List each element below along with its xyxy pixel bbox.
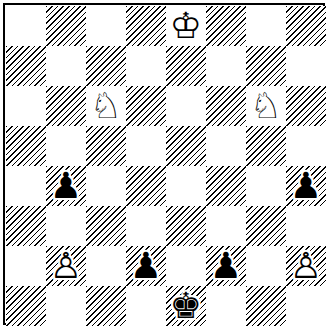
square-b8[interactable] (46, 6, 86, 46)
white-knight-outline: ♘ (86, 86, 126, 126)
square-e7[interactable] (166, 46, 206, 86)
black-pawn-fill: ♟ (46, 166, 86, 206)
square-g5[interactable] (246, 126, 286, 166)
square-c7[interactable] (86, 46, 126, 86)
white-pawn-outline: ♙ (46, 246, 86, 286)
square-f1[interactable] (206, 286, 246, 326)
black-pawn[interactable]: ♟ (46, 166, 86, 206)
square-f4[interactable] (206, 166, 246, 206)
board-frame: ♚♔♞♘♞♘♟♟♟♙♟♟♟♙♚ (3, 3, 325, 325)
black-pawn-fill: ♟ (206, 246, 246, 286)
white-knight[interactable]: ♞♘ (246, 86, 286, 126)
square-h6[interactable] (286, 86, 326, 126)
square-d2[interactable]: ♟ (126, 246, 166, 286)
square-b1[interactable] (46, 286, 86, 326)
square-a3[interactable] (6, 206, 46, 246)
square-h7[interactable] (286, 46, 326, 86)
square-c6[interactable]: ♞♘ (86, 86, 126, 126)
white-pawn[interactable]: ♟♙ (286, 246, 326, 286)
square-d6[interactable] (126, 86, 166, 126)
black-pawn-fill: ♟ (286, 166, 326, 206)
white-king-outline: ♔ (166, 6, 206, 46)
square-g2[interactable] (246, 246, 286, 286)
square-d5[interactable] (126, 126, 166, 166)
square-c1[interactable] (86, 286, 126, 326)
square-c2[interactable] (86, 246, 126, 286)
square-h5[interactable] (286, 126, 326, 166)
square-c8[interactable] (86, 6, 126, 46)
square-e1[interactable]: ♚ (166, 286, 206, 326)
square-a4[interactable] (6, 166, 46, 206)
square-e4[interactable] (166, 166, 206, 206)
white-pawn[interactable]: ♟♙ (46, 246, 86, 286)
square-g8[interactable] (246, 6, 286, 46)
square-h2[interactable]: ♟♙ (286, 246, 326, 286)
square-e2[interactable] (166, 246, 206, 286)
square-f3[interactable] (206, 206, 246, 246)
white-pawn-outline: ♙ (286, 246, 326, 286)
square-f8[interactable] (206, 6, 246, 46)
square-a7[interactable] (6, 46, 46, 86)
black-king-fill: ♚ (166, 286, 206, 326)
white-knight[interactable]: ♞♘ (86, 86, 126, 126)
square-f5[interactable] (206, 126, 246, 166)
square-g4[interactable] (246, 166, 286, 206)
square-f6[interactable] (206, 86, 246, 126)
square-b5[interactable] (46, 126, 86, 166)
square-f2[interactable]: ♟ (206, 246, 246, 286)
white-king[interactable]: ♚♔ (166, 6, 206, 46)
square-a1[interactable] (6, 286, 46, 326)
square-a6[interactable] (6, 86, 46, 126)
black-pawn[interactable]: ♟ (206, 246, 246, 286)
square-e5[interactable] (166, 126, 206, 166)
square-h8[interactable] (286, 6, 326, 46)
square-b2[interactable]: ♟♙ (46, 246, 86, 286)
square-h1[interactable] (286, 286, 326, 326)
square-e6[interactable] (166, 86, 206, 126)
square-a8[interactable] (6, 6, 46, 46)
square-d4[interactable] (126, 166, 166, 206)
black-pawn-fill: ♟ (126, 246, 166, 286)
square-b6[interactable] (46, 86, 86, 126)
black-king[interactable]: ♚ (166, 286, 206, 326)
black-pawn[interactable]: ♟ (126, 246, 166, 286)
square-f7[interactable] (206, 46, 246, 86)
square-e8[interactable]: ♚♔ (166, 6, 206, 46)
square-g3[interactable] (246, 206, 286, 246)
square-e3[interactable] (166, 206, 206, 246)
white-knight-outline: ♘ (246, 86, 286, 126)
black-pawn[interactable]: ♟ (286, 166, 326, 206)
square-g1[interactable] (246, 286, 286, 326)
square-d8[interactable] (126, 6, 166, 46)
square-g7[interactable] (246, 46, 286, 86)
square-b7[interactable] (46, 46, 86, 86)
square-a5[interactable] (6, 126, 46, 166)
square-d3[interactable] (126, 206, 166, 246)
square-g6[interactable]: ♞♘ (246, 86, 286, 126)
square-h3[interactable] (286, 206, 326, 246)
square-a2[interactable] (6, 246, 46, 286)
square-h4[interactable]: ♟ (286, 166, 326, 206)
square-d7[interactable] (126, 46, 166, 86)
square-c3[interactable] (86, 206, 126, 246)
square-b4[interactable]: ♟ (46, 166, 86, 206)
chess-board: ♚♔♞♘♞♘♟♟♟♙♟♟♟♙♚ (6, 6, 326, 326)
square-c5[interactable] (86, 126, 126, 166)
square-d1[interactable] (126, 286, 166, 326)
square-b3[interactable] (46, 206, 86, 246)
square-c4[interactable] (86, 166, 126, 206)
